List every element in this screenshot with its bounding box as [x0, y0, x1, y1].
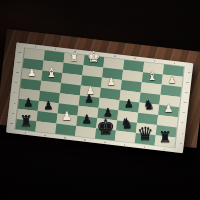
chess-board [6, 42, 193, 153]
chess-photo-scene: ♜♚♝♟♟♝♟♟♟♟♟♟♞♟♟♟♟♞♜♚♛♜ [0, 0, 200, 200]
square-g1 [135, 133, 156, 145]
square-h1 [155, 135, 176, 147]
square-e1 [95, 128, 116, 140]
square-b1 [35, 121, 56, 133]
board-squares [15, 48, 183, 148]
square-a1 [15, 119, 36, 131]
square-d1 [75, 126, 96, 138]
square-f1 [115, 131, 136, 143]
square-c1 [55, 124, 76, 136]
